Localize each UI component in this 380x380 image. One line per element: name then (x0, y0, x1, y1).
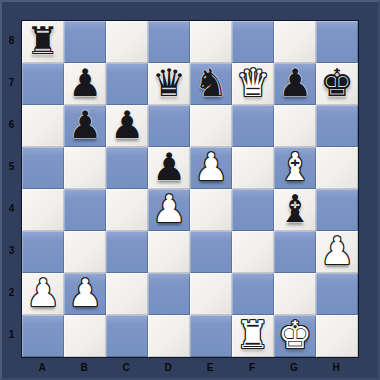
file-label-a: A (21, 358, 63, 378)
square-c7[interactable] (106, 63, 148, 105)
square-b2[interactable]: ♟ (64, 273, 106, 315)
square-e1[interactable] (190, 315, 232, 357)
square-f5[interactable] (232, 147, 274, 189)
rank-label-2: 2 (2, 272, 21, 314)
square-d5[interactable]: ♟ (148, 147, 190, 189)
square-g7[interactable]: ♟ (274, 63, 316, 105)
square-d2[interactable] (148, 273, 190, 315)
square-f4[interactable] (232, 189, 274, 231)
square-a3[interactable] (22, 231, 64, 273)
rank-label-8: 8 (2, 20, 21, 62)
square-a5[interactable] (22, 147, 64, 189)
piece-white-pawn[interactable]: ♟ (320, 232, 354, 270)
square-g8[interactable] (274, 21, 316, 63)
square-h6[interactable] (316, 105, 358, 147)
square-b3[interactable] (64, 231, 106, 273)
rank-label-7: 7 (2, 62, 21, 104)
square-g2[interactable] (274, 273, 316, 315)
square-e4[interactable] (190, 189, 232, 231)
square-f3[interactable] (232, 231, 274, 273)
square-h5[interactable] (316, 147, 358, 189)
square-a7[interactable] (22, 63, 64, 105)
rank-label-1: 1 (2, 314, 21, 356)
piece-white-pawn[interactable]: ♟ (194, 148, 228, 186)
square-d7[interactable]: ♛ (148, 63, 190, 105)
square-g1[interactable]: ♚ (274, 315, 316, 357)
piece-black-pawn[interactable]: ♟ (110, 106, 144, 144)
chess-board: ♜♟♛♞♛♟♚♟♟♟♟♝♟♝♟♟♟♜♚ (21, 20, 359, 358)
square-h3[interactable]: ♟ (316, 231, 358, 273)
square-e2[interactable] (190, 273, 232, 315)
square-c2[interactable] (106, 273, 148, 315)
square-d6[interactable] (148, 105, 190, 147)
piece-black-king[interactable]: ♚ (320, 64, 354, 102)
square-c8[interactable] (106, 21, 148, 63)
piece-black-queen[interactable]: ♛ (152, 64, 186, 102)
board-frame: 87654321 ABCDEFGH ♜♟♛♞♛♟♚♟♟♟♟♝♟♝♟♟♟♜♚ (0, 0, 380, 380)
square-d3[interactable] (148, 231, 190, 273)
piece-black-knight[interactable]: ♞ (194, 64, 228, 102)
square-c1[interactable] (106, 315, 148, 357)
square-g6[interactable] (274, 105, 316, 147)
square-d8[interactable] (148, 21, 190, 63)
square-e8[interactable] (190, 21, 232, 63)
piece-black-bishop[interactable]: ♝ (278, 190, 312, 228)
piece-white-pawn[interactable]: ♟ (26, 274, 60, 312)
piece-white-queen[interactable]: ♛ (236, 64, 270, 102)
piece-black-pawn[interactable]: ♟ (68, 106, 102, 144)
rank-label-5: 5 (2, 146, 21, 188)
piece-white-pawn[interactable]: ♟ (68, 274, 102, 312)
piece-white-king[interactable]: ♚ (278, 316, 312, 354)
square-a1[interactable] (22, 315, 64, 357)
square-g5[interactable]: ♝ (274, 147, 316, 189)
square-d1[interactable] (148, 315, 190, 357)
square-e7[interactable]: ♞ (190, 63, 232, 105)
square-a6[interactable] (22, 105, 64, 147)
square-b6[interactable]: ♟ (64, 105, 106, 147)
rank-label-4: 4 (2, 188, 21, 230)
square-e3[interactable] (190, 231, 232, 273)
piece-black-rook[interactable]: ♜ (26, 22, 60, 60)
rank-label-6: 6 (2, 104, 21, 146)
square-b7[interactable]: ♟ (64, 63, 106, 105)
piece-black-pawn[interactable]: ♟ (152, 148, 186, 186)
square-e6[interactable] (190, 105, 232, 147)
square-h2[interactable] (316, 273, 358, 315)
square-a4[interactable] (22, 189, 64, 231)
square-f2[interactable] (232, 273, 274, 315)
square-c5[interactable] (106, 147, 148, 189)
square-d4[interactable]: ♟ (148, 189, 190, 231)
square-e5[interactable]: ♟ (190, 147, 232, 189)
square-c4[interactable] (106, 189, 148, 231)
square-a8[interactable]: ♜ (22, 21, 64, 63)
square-h1[interactable] (316, 315, 358, 357)
square-f7[interactable]: ♛ (232, 63, 274, 105)
file-label-d: D (147, 358, 189, 378)
piece-white-rook[interactable]: ♜ (236, 316, 270, 354)
file-label-f: F (231, 358, 273, 378)
piece-white-pawn[interactable]: ♟ (152, 190, 186, 228)
square-h7[interactable]: ♚ (316, 63, 358, 105)
square-b8[interactable] (64, 21, 106, 63)
square-g3[interactable] (274, 231, 316, 273)
piece-black-pawn[interactable]: ♟ (68, 64, 102, 102)
square-f6[interactable] (232, 105, 274, 147)
file-label-c: C (105, 358, 147, 378)
square-b1[interactable] (64, 315, 106, 357)
square-f1[interactable]: ♜ (232, 315, 274, 357)
piece-black-pawn[interactable]: ♟ (278, 64, 312, 102)
square-c3[interactable] (106, 231, 148, 273)
file-label-b: B (63, 358, 105, 378)
square-h8[interactable] (316, 21, 358, 63)
square-b5[interactable] (64, 147, 106, 189)
square-c6[interactable]: ♟ (106, 105, 148, 147)
rank-label-3: 3 (2, 230, 21, 272)
file-label-g: G (273, 358, 315, 378)
square-a2[interactable]: ♟ (22, 273, 64, 315)
square-b4[interactable] (64, 189, 106, 231)
file-label-h: H (315, 358, 357, 378)
piece-white-bishop[interactable]: ♝ (278, 148, 312, 186)
square-h4[interactable] (316, 189, 358, 231)
square-g4[interactable]: ♝ (274, 189, 316, 231)
square-f8[interactable] (232, 21, 274, 63)
file-label-e: E (189, 358, 231, 378)
